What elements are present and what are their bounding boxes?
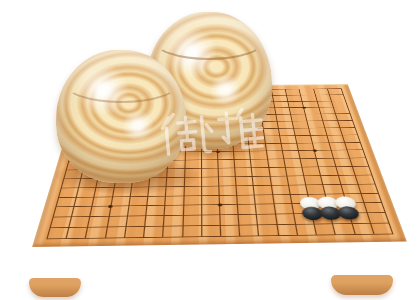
star-point <box>108 205 113 208</box>
watermark-calligraphy <box>156 101 272 167</box>
black-stone <box>300 207 323 221</box>
star-point <box>302 107 306 109</box>
white-stone <box>316 197 339 210</box>
bowl-lid-seam <box>63 62 180 103</box>
white-stone <box>298 197 321 210</box>
black-stone <box>319 206 343 220</box>
goban-product-photo <box>0 0 420 300</box>
star-point <box>325 202 330 205</box>
black-stone <box>337 206 361 220</box>
star-point <box>312 149 317 151</box>
white-stone <box>334 196 358 209</box>
star-point <box>217 203 222 206</box>
board-side-face <box>20 237 410 285</box>
bowl-lid-seam <box>152 19 265 60</box>
